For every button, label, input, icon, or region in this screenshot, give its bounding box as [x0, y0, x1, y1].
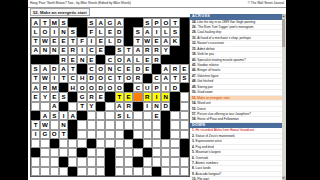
- grid-cell[interactable]: [170, 120, 179, 129]
- grid-cell[interactable]: [143, 167, 152, 176]
- grid-cell[interactable]: E: [152, 37, 161, 46]
- grid-cell[interactable]: [31, 139, 40, 148]
- grid-cell[interactable]: [87, 111, 96, 120]
- grid-cell[interactable]: T: [115, 92, 124, 101]
- grid-cell[interactable]: A: [161, 64, 170, 73]
- clue-number: 28.: [192, 30, 196, 34]
- grid-cell[interactable]: E: [50, 92, 59, 101]
- clue-number: 5.: [192, 150, 195, 154]
- grid-cell[interactable]: [96, 120, 105, 129]
- grid-cell[interactable]: T: [115, 74, 124, 83]
- grid-cell[interactable]: [124, 148, 133, 157]
- grid-cell[interactable]: [59, 167, 68, 176]
- grid-cell[interactable]: E: [68, 55, 77, 64]
- grid-cell[interactable]: [105, 139, 114, 148]
- grid-cell[interactable]: A: [161, 37, 170, 46]
- grid-cell: [77, 27, 86, 36]
- grid-cell[interactable]: N: [59, 27, 68, 36]
- grid-cell: [180, 27, 189, 36]
- grid-cell[interactable]: [31, 157, 40, 166]
- grid-cell[interactable]: [50, 148, 59, 157]
- grid-cell[interactable]: [170, 148, 179, 157]
- grid-cell[interactable]: C: [133, 83, 142, 92]
- grid-cell[interactable]: [124, 157, 133, 166]
- grid-cell[interactable]: [180, 102, 189, 111]
- grid-cell[interactable]: [143, 111, 152, 120]
- grid-cell: [105, 157, 114, 166]
- grid-cell[interactable]: G: [77, 92, 86, 101]
- grid-cell[interactable]: C: [87, 46, 96, 55]
- active-clue-readout: 52. Make an energetic start: [30, 8, 90, 16]
- grid-cell[interactable]: T: [40, 18, 49, 27]
- grid-cell[interactable]: [170, 157, 179, 166]
- grid-cell[interactable]: R: [68, 46, 77, 55]
- clue-text: Pay and bind: [196, 145, 214, 149]
- grid-cell[interactable]: D: [161, 102, 170, 111]
- grid-cell: [31, 148, 40, 157]
- grid-cell[interactable]: L: [161, 27, 170, 36]
- grid-cell[interactable]: S: [31, 64, 40, 73]
- grid-cell[interactable]: [180, 130, 189, 139]
- grid-cell[interactable]: N: [40, 46, 49, 55]
- grid-cell[interactable]: I: [161, 83, 170, 92]
- down-clue-list: 1.He recorded 'Aloha from Hawaii' broadc…: [190, 128, 285, 180]
- grid-cell[interactable]: [152, 120, 161, 129]
- grid-cell[interactable]: E: [31, 92, 40, 101]
- clue-number: 35.: [192, 47, 196, 51]
- scroll-thumb[interactable]: [282, 19, 285, 47]
- grid-cell[interactable]: R: [143, 46, 152, 55]
- grid-cell: [77, 111, 86, 120]
- clue-text: Coal-hauling ship: [197, 30, 221, 34]
- grid-cell[interactable]: [50, 157, 59, 166]
- grid-cell[interactable]: M: [50, 83, 59, 92]
- grid-cell[interactable]: I: [143, 102, 152, 111]
- grid-cell[interactable]: [152, 148, 161, 157]
- grid-cell[interactable]: [31, 102, 40, 111]
- clue-text: Like the sky in an 1889 Van Gogh paintin…: [197, 20, 255, 24]
- grid-cell[interactable]: R: [170, 64, 179, 73]
- grid-cell[interactable]: [161, 167, 170, 176]
- grid-cell[interactable]: K: [170, 37, 179, 46]
- grid-cell[interactable]: G: [105, 18, 114, 27]
- grid-cell[interactable]: C: [87, 64, 96, 73]
- grid-cell[interactable]: [133, 92, 142, 101]
- grid-cell[interactable]: [77, 120, 86, 129]
- grid-cell[interactable]: A: [115, 102, 124, 111]
- grid-cell[interactable]: L: [105, 37, 114, 46]
- clue-number: 4.: [192, 145, 195, 149]
- grid-cell[interactable]: A: [31, 46, 40, 55]
- clue-text: Seeing pair: [197, 85, 213, 89]
- grid-cell[interactable]: [96, 148, 105, 157]
- grid-cell[interactable]: S: [143, 18, 152, 27]
- grid-cell[interactable]: C: [68, 74, 77, 83]
- grid-cell[interactable]: T: [31, 74, 40, 83]
- grid-cell[interactable]: O: [115, 83, 124, 92]
- grid-cell[interactable]: P: [152, 18, 161, 27]
- grid-cell[interactable]: [124, 139, 133, 148]
- grid-cell[interactable]: T: [59, 130, 68, 139]
- clue-text: Flip past: [197, 177, 209, 180]
- grid-cell[interactable]: [68, 148, 77, 157]
- grid-cell[interactable]: [31, 167, 40, 176]
- grid-cell[interactable]: A: [143, 27, 152, 36]
- clue-text: Verb for you: [197, 52, 214, 56]
- clue-number: 32.: [192, 41, 196, 45]
- grid-cell[interactable]: A: [40, 111, 49, 120]
- grid-cell[interactable]: E: [96, 37, 105, 46]
- grid-cell[interactable]: A: [68, 111, 77, 120]
- grid-cell: [68, 18, 77, 27]
- grid-cell[interactable]: [133, 120, 142, 129]
- grid-cell[interactable]: [115, 167, 124, 176]
- clue-number: 10.: [192, 177, 196, 180]
- grid-cell[interactable]: E: [124, 92, 133, 101]
- grid-cell[interactable]: [170, 111, 179, 120]
- clue-text: Bringer of hearts: [197, 68, 220, 72]
- grid-cell[interactable]: T: [77, 102, 86, 111]
- grid-cell[interactable]: N: [59, 120, 68, 129]
- grid-cell[interactable]: [77, 139, 86, 148]
- grid-cell[interactable]: A: [124, 55, 133, 64]
- grid-cell[interactable]: [87, 130, 96, 139]
- grid-cell: [124, 130, 133, 139]
- grid-cell[interactable]: D: [115, 37, 124, 46]
- grid-cell[interactable]: [96, 111, 105, 120]
- clue-number: 50.: [192, 90, 196, 94]
- grid-cell[interactable]: S: [68, 27, 77, 36]
- grid-cell: [50, 55, 59, 64]
- grid-cell[interactable]: E: [152, 111, 161, 120]
- grid-cell[interactable]: O: [105, 83, 114, 92]
- grid-cell[interactable]: A: [161, 74, 170, 83]
- grid-cell: [180, 83, 189, 92]
- clue-text: Got hitched: [197, 79, 213, 83]
- grid-cell[interactable]: H: [77, 74, 86, 83]
- grid-cell[interactable]: L: [96, 27, 105, 36]
- clue-text: Picture clue offering to tour Josephine?: [197, 112, 251, 116]
- grid-cell[interactable]: Y: [40, 92, 49, 101]
- grid-cell[interactable]: S: [87, 18, 96, 27]
- grid-cell[interactable]: [40, 167, 49, 176]
- grid-cell[interactable]: S: [50, 111, 59, 120]
- clue-text: Avocado hangout?: [196, 172, 222, 176]
- grid-cell[interactable]: O: [161, 18, 170, 27]
- grid-cell[interactable]: [180, 167, 189, 176]
- grid-cell[interactable]: W: [143, 37, 152, 46]
- grid-cell[interactable]: [105, 120, 114, 129]
- grid-cell[interactable]: P: [152, 83, 161, 92]
- grid-cell[interactable]: U: [143, 83, 152, 92]
- grid-cell[interactable]: E: [105, 27, 114, 36]
- grid-cell[interactable]: I: [152, 27, 161, 36]
- grid-cell[interactable]: D: [115, 27, 124, 36]
- grid-cell[interactable]: R: [133, 74, 142, 83]
- grid-cell[interactable]: C: [105, 74, 114, 83]
- grid-cell[interactable]: A: [31, 83, 40, 92]
- grid-cell[interactable]: [170, 130, 179, 139]
- clue-text: Atomic numbers: [196, 161, 218, 165]
- grid-cell[interactable]: [96, 167, 105, 176]
- grid-cell[interactable]: [59, 148, 68, 157]
- grid-cell: [180, 55, 189, 64]
- clue-number: 55.: [192, 107, 196, 111]
- grid-cell[interactable]: [40, 148, 49, 157]
- grid-cell[interactable]: I: [59, 111, 68, 120]
- crossword-grid[interactable]: ATMSSAGASPOTLOINSFLEDSAILSTWEETFIELDTWEA…: [30, 17, 190, 177]
- grid-cell[interactable]: O: [96, 64, 105, 73]
- grid-cell[interactable]: T: [68, 37, 77, 46]
- grid-cell[interactable]: T: [31, 37, 40, 46]
- grid-cell[interactable]: E: [143, 55, 152, 64]
- grid-cell[interactable]: I: [77, 46, 86, 55]
- clue-item[interactable]: 10.Flip past: [190, 177, 285, 180]
- grid-cell[interactable]: [143, 139, 152, 148]
- grid-cell[interactable]: E: [50, 37, 59, 46]
- grid-cell[interactable]: [59, 139, 68, 148]
- grid-cell[interactable]: S: [180, 74, 189, 83]
- grid-cell[interactable]: [96, 139, 105, 148]
- grid-cell[interactable]: [77, 130, 86, 139]
- grid-cell: [124, 83, 133, 92]
- grid-cell[interactable]: A: [59, 64, 68, 73]
- grid-cell[interactable]: D: [87, 74, 96, 83]
- grid-cell[interactable]: C: [152, 74, 161, 83]
- grid-cell[interactable]: R: [143, 92, 152, 101]
- grid-cell[interactable]: [40, 157, 49, 166]
- grid-cell[interactable]: S: [115, 46, 124, 55]
- clue-number: 30.: [192, 36, 196, 40]
- scroll-up-arrow[interactable]: ▲: [282, 14, 286, 18]
- grid-cell[interactable]: I: [50, 27, 59, 36]
- grid-cell[interactable]: O: [96, 74, 105, 83]
- grid-cell[interactable]: [180, 92, 189, 101]
- grid-cell[interactable]: O: [87, 83, 96, 92]
- grid-cell[interactable]: T: [170, 74, 179, 83]
- grid-cell[interactable]: A: [133, 46, 142, 55]
- grid-cell[interactable]: [143, 120, 152, 129]
- grid-cell[interactable]: R: [124, 102, 133, 111]
- grid-cell[interactable]: [68, 157, 77, 166]
- grid-cell[interactable]: O: [115, 55, 124, 64]
- across-clue-list: 24.Like the sky in an 1889 Van Gogh pain…: [190, 20, 285, 123]
- grid-cell[interactable]: E: [59, 37, 68, 46]
- clue-text: Statue of Zeus's masterwork: [196, 134, 235, 138]
- grid-cell[interactable]: W: [40, 74, 49, 83]
- grid-cell[interactable]: C: [105, 55, 114, 64]
- grid-cell[interactable]: T: [133, 37, 142, 46]
- grid-cell[interactable]: [152, 157, 161, 166]
- grid-cell[interactable]: [180, 111, 189, 120]
- clue-list-scrollbar[interactable]: ▲ ▼: [282, 14, 286, 180]
- grid-cell[interactable]: N: [105, 64, 114, 73]
- grid-cell[interactable]: [96, 157, 105, 166]
- grid-cell[interactable]: N: [161, 92, 170, 101]
- grid-cell[interactable]: E: [59, 46, 68, 55]
- grid-cell[interactable]: O: [77, 83, 86, 92]
- grid-cell[interactable]: [105, 102, 114, 111]
- grid-cell[interactable]: [40, 139, 49, 148]
- grid-cell[interactable]: [133, 148, 142, 157]
- grid-cell: [68, 130, 77, 139]
- grid-cell[interactable]: D: [133, 64, 142, 73]
- grid-cell[interactable]: M: [50, 18, 59, 27]
- grid-cell[interactable]: [96, 130, 105, 139]
- grid-cell[interactable]: [143, 157, 152, 166]
- grid-cell: [143, 148, 152, 157]
- grid-cell[interactable]: A: [115, 18, 124, 27]
- clue-text: He recorded 'Aloha from Hawaii' broadcas…: [196, 128, 255, 132]
- grid-cell[interactable]: [180, 157, 189, 166]
- grid-cell[interactable]: I: [31, 130, 40, 139]
- grid-cell[interactable]: O: [124, 74, 133, 83]
- grid-cell[interactable]: I: [87, 37, 96, 46]
- grid-cell[interactable]: E: [124, 64, 133, 73]
- grid-cell[interactable]: F: [87, 27, 96, 36]
- grid-cell[interactable]: [161, 148, 170, 157]
- grid-cell: [59, 157, 68, 166]
- grid-cell[interactable]: [77, 167, 86, 176]
- grid-cell: [105, 46, 114, 55]
- grid-cell[interactable]: E: [96, 46, 105, 55]
- clue-number: 52.: [192, 96, 196, 100]
- clue-text: Voodoo relative: [197, 63, 218, 67]
- grid-cell[interactable]: [161, 157, 170, 166]
- grid-cell: [161, 55, 170, 64]
- grid-cell[interactable]: [170, 167, 179, 176]
- grid-cell[interactable]: [124, 120, 133, 129]
- clue-number: 38.: [192, 52, 196, 56]
- grid-cell: [133, 157, 142, 166]
- grid-cell: [133, 139, 142, 148]
- grid-cell[interactable]: [87, 148, 96, 157]
- grid-cell[interactable]: R: [40, 83, 49, 92]
- grid-cell[interactable]: E: [180, 64, 189, 73]
- grid-cell[interactable]: [133, 167, 142, 176]
- clue-text: Make an energetic start: [197, 96, 229, 100]
- grid-cell[interactable]: N: [77, 55, 86, 64]
- grid-cell: [124, 18, 133, 27]
- clue-text: Valentine figure: [197, 74, 218, 78]
- grid-cell[interactable]: S: [133, 27, 142, 36]
- grid-cell[interactable]: R: [152, 46, 161, 55]
- grid-cell[interactable]: Y: [87, 102, 96, 111]
- grid-cell[interactable]: [87, 120, 96, 129]
- grid-cell: [180, 148, 189, 157]
- grid-cell[interactable]: L: [31, 27, 40, 36]
- grid-cell[interactable]: [161, 139, 170, 148]
- grid-cell[interactable]: Y: [161, 46, 170, 55]
- grid-cell[interactable]: N: [152, 102, 161, 111]
- grid-cell[interactable]: S: [59, 18, 68, 27]
- clue-number: 9.: [192, 172, 195, 176]
- grid-cell[interactable]: L: [133, 55, 142, 64]
- grid-cell[interactable]: S: [59, 92, 68, 101]
- grid-cell[interactable]: H: [68, 83, 77, 92]
- grid-cell[interactable]: S: [170, 27, 179, 36]
- grid-cell[interactable]: T: [124, 46, 133, 55]
- scroll-down-arrow[interactable]: ▼: [282, 176, 286, 180]
- grid-cell[interactable]: A: [31, 18, 40, 27]
- grid-cell[interactable]: A: [50, 102, 59, 111]
- grid-cell[interactable]: E: [96, 92, 105, 101]
- grid-cell[interactable]: R: [59, 55, 68, 64]
- grid-cell[interactable]: S: [115, 111, 124, 120]
- grid-cell[interactable]: W: [40, 37, 49, 46]
- grid-cell[interactable]: W: [40, 120, 49, 129]
- grid-cell[interactable]: T: [59, 74, 68, 83]
- grid-cell[interactable]: [115, 148, 124, 157]
- grid-cell[interactable]: A: [40, 64, 49, 73]
- grid-cell[interactable]: [124, 167, 133, 176]
- grid-cell[interactable]: T: [31, 120, 40, 129]
- grid-cell[interactable]: O: [40, 27, 49, 36]
- clue-number: 48.: [192, 79, 196, 83]
- grid-cell[interactable]: L: [124, 111, 133, 120]
- grid-cell[interactable]: [115, 157, 124, 166]
- grid-cell[interactable]: E: [87, 55, 96, 64]
- grid-cell[interactable]: [170, 139, 179, 148]
- grid-cell[interactable]: [115, 139, 124, 148]
- clue-number: 2.: [192, 134, 195, 138]
- clue-text: Admit defeat: [197, 47, 214, 51]
- grid-cell[interactable]: D: [96, 83, 105, 92]
- grid-cell[interactable]: [180, 120, 189, 129]
- grid-cell[interactable]: [133, 111, 142, 120]
- grid-cell[interactable]: [50, 120, 59, 129]
- clue-panel: ACROSS 24.Like the sky in an 1889 Van Go…: [190, 14, 285, 180]
- grid-cell[interactable]: D: [50, 64, 59, 73]
- grid-cell: [105, 148, 114, 157]
- grid-cell[interactable]: G: [40, 130, 49, 139]
- clue-number: 24.: [192, 20, 196, 24]
- grid-cell[interactable]: [152, 139, 161, 148]
- grid-cell[interactable]: [105, 111, 114, 120]
- grid-cell[interactable]: [40, 102, 49, 111]
- grid-cell[interactable]: A: [96, 18, 105, 27]
- grid-cell[interactable]: [152, 130, 161, 139]
- grid-cell[interactable]: [68, 102, 77, 111]
- grid-cell[interactable]: [115, 120, 124, 129]
- grid-cell[interactable]: D: [170, 83, 179, 92]
- grid-cell[interactable]: R: [152, 55, 161, 64]
- grid-cell: [87, 139, 96, 148]
- clue-number: 6.: [192, 156, 195, 160]
- grid-cell[interactable]: E: [143, 64, 152, 73]
- grid-cell[interactable]: [115, 130, 124, 139]
- grid-cell[interactable]: O: [50, 130, 59, 139]
- grid-cell[interactable]: F: [77, 37, 86, 46]
- grid-cell[interactable]: [68, 139, 77, 148]
- grid-cell[interactable]: C: [115, 64, 124, 73]
- clue-number: 58.: [192, 117, 196, 121]
- grid-cell[interactable]: [77, 157, 86, 166]
- grid-cell[interactable]: [105, 130, 114, 139]
- grid-cell[interactable]: R: [87, 92, 96, 101]
- grid-cell[interactable]: [133, 130, 142, 139]
- grid-cell[interactable]: I: [50, 74, 59, 83]
- clue-number: 7.: [192, 161, 195, 165]
- grid-cell[interactable]: I: [152, 92, 161, 101]
- grid-cell[interactable]: [50, 167, 59, 176]
- grid-cell[interactable]: [143, 130, 152, 139]
- grid-cell[interactable]: [87, 167, 96, 176]
- grid-cell[interactable]: T: [170, 18, 179, 27]
- grid-cell[interactable]: N: [50, 46, 59, 55]
- grid-cell[interactable]: [87, 157, 96, 166]
- grid-cell[interactable]: T: [68, 64, 77, 73]
